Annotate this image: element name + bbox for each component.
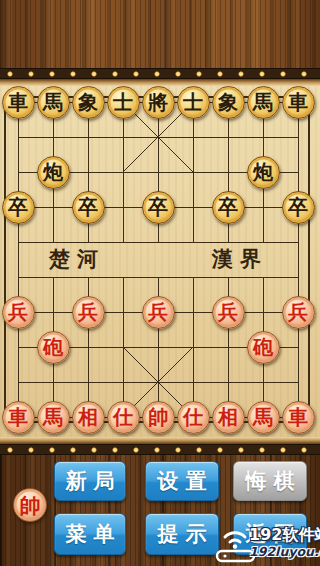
intersection-a8[interactable]	[1, 120, 36, 155]
intersection-e3[interactable]: 兵	[141, 295, 176, 330]
piece-red-soldier[interactable]: 兵	[212, 296, 245, 329]
piece-black-advisor[interactable]: 士	[107, 86, 140, 119]
piece-black-soldier[interactable]: 卒	[72, 191, 105, 224]
piece-red-general[interactable]: 帥	[142, 401, 175, 434]
intersection-a7[interactable]	[1, 155, 36, 190]
watermark-site-url: 192luyou.com	[249, 544, 319, 559]
intersection-f2[interactable]	[176, 330, 211, 365]
intersection-c4[interactable]	[71, 260, 106, 295]
intersection-b4[interactable]	[36, 260, 71, 295]
piece-red-horse[interactable]: 馬	[247, 401, 280, 434]
intersection-c1[interactable]	[71, 365, 106, 400]
intersection-i4[interactable]	[281, 260, 316, 295]
intersection-b0[interactable]: 馬	[36, 400, 71, 435]
piece-red-cannon[interactable]: 砲	[37, 331, 70, 364]
intersection-g9[interactable]: 象	[211, 85, 246, 120]
intersection-c0[interactable]: 相	[71, 400, 106, 435]
piece-red-soldier[interactable]: 兵	[282, 296, 315, 329]
intersection-e1[interactable]	[141, 365, 176, 400]
intersection-f5[interactable]	[176, 225, 211, 260]
intersection-e6[interactable]: 卒	[141, 190, 176, 225]
intersection-a1[interactable]	[1, 365, 36, 400]
intersection-b8[interactable]	[36, 120, 71, 155]
intersection-f4[interactable]	[176, 260, 211, 295]
intersection-h2[interactable]: 砲	[246, 330, 281, 365]
intersection-f6[interactable]	[176, 190, 211, 225]
intersection-f7[interactable]	[176, 155, 211, 190]
watermark-site-name: 192软件站	[249, 525, 319, 546]
intersection-i8[interactable]	[281, 120, 316, 155]
intersection-a0[interactable]: 車	[1, 400, 36, 435]
intersection-h0[interactable]: 馬	[246, 400, 281, 435]
piece-red-chariot[interactable]: 車	[282, 401, 315, 434]
intersection-g5[interactable]	[211, 225, 246, 260]
menu-button[interactable]: 菜单	[54, 513, 126, 555]
piece-black-chariot[interactable]: 車	[2, 86, 35, 119]
intersection-c6[interactable]: 卒	[71, 190, 106, 225]
intersection-i6[interactable]: 卒	[281, 190, 316, 225]
intersection-g0[interactable]: 相	[211, 400, 246, 435]
intersection-e7[interactable]	[141, 155, 176, 190]
intersection-e0[interactable]: 帥	[141, 400, 176, 435]
intersection-g4[interactable]	[211, 260, 246, 295]
piece-red-soldier[interactable]: 兵	[2, 296, 35, 329]
piece-black-horse[interactable]: 馬	[37, 86, 70, 119]
piece-black-chariot[interactable]: 車	[282, 86, 315, 119]
intersection-i7[interactable]	[281, 155, 316, 190]
watermark: 192软件站 192luyou.com	[216, 520, 320, 564]
intersection-f1[interactable]	[176, 365, 211, 400]
intersection-d2[interactable]	[106, 330, 141, 365]
intersection-b1[interactable]	[36, 365, 71, 400]
intersection-f3[interactable]	[176, 295, 211, 330]
intersection-c9[interactable]: 象	[71, 85, 106, 120]
intersection-h9[interactable]: 馬	[246, 85, 281, 120]
intersection-d5[interactable]	[106, 225, 141, 260]
undo-button[interactable]: 悔棋	[233, 461, 307, 501]
piece-black-soldier[interactable]: 卒	[282, 191, 315, 224]
piece-red-chariot[interactable]: 車	[2, 401, 35, 434]
piece-red-soldier[interactable]: 兵	[142, 296, 175, 329]
intersection-a6[interactable]: 卒	[1, 190, 36, 225]
piece-red-soldier[interactable]: 兵	[72, 296, 105, 329]
bottom-trim	[0, 437, 320, 444]
intersection-d4[interactable]	[106, 260, 141, 295]
piece-black-soldier[interactable]: 卒	[142, 191, 175, 224]
intersection-h5[interactable]	[246, 225, 281, 260]
intersection-d7[interactable]	[106, 155, 141, 190]
piece-red-elephant[interactable]: 相	[212, 401, 245, 434]
intersection-g8[interactable]	[211, 120, 246, 155]
intersection-c3[interactable]: 兵	[71, 295, 106, 330]
piece-black-elephant[interactable]: 象	[72, 86, 105, 119]
intersection-f8[interactable]	[176, 120, 211, 155]
intersection-c2[interactable]	[71, 330, 106, 365]
piece-black-cannon[interactable]: 炮	[37, 156, 70, 189]
intersection-a3[interactable]: 兵	[1, 295, 36, 330]
intersection-i2[interactable]	[281, 330, 316, 365]
intersection-f9[interactable]: 士	[176, 85, 211, 120]
intersection-e4[interactable]	[141, 260, 176, 295]
intersection-i3[interactable]: 兵	[281, 295, 316, 330]
intersection-h1[interactable]	[246, 365, 281, 400]
piece-black-advisor[interactable]: 士	[177, 86, 210, 119]
intersection-b7[interactable]: 炮	[36, 155, 71, 190]
intersection-b3[interactable]	[36, 295, 71, 330]
xiangqi-app-screen: 楚河 漢界 車馬象士將士象馬車炮炮卒卒卒卒卒兵兵兵兵兵砲砲車馬相仕帥仕相馬車 帥…	[0, 0, 320, 566]
piece-red-advisor[interactable]: 仕	[107, 401, 140, 434]
intersection-a4[interactable]	[1, 260, 36, 295]
intersection-a2[interactable]	[1, 330, 36, 365]
piece-black-soldier[interactable]: 卒	[2, 191, 35, 224]
intersection-c8[interactable]	[71, 120, 106, 155]
intersection-f0[interactable]: 仕	[176, 400, 211, 435]
intersection-h7[interactable]: 炮	[246, 155, 281, 190]
intersection-e9[interactable]: 將	[141, 85, 176, 120]
hint-button[interactable]: 提示	[145, 513, 219, 555]
intersection-e2[interactable]	[141, 330, 176, 365]
intersection-e8[interactable]	[141, 120, 176, 155]
intersection-c5[interactable]	[71, 225, 106, 260]
intersection-a9[interactable]: 車	[1, 85, 36, 120]
intersection-b5[interactable]	[36, 225, 71, 260]
intersection-i9[interactable]: 車	[281, 85, 316, 120]
piece-red-advisor[interactable]: 仕	[177, 401, 210, 434]
piece-black-horse[interactable]: 馬	[247, 86, 280, 119]
intersection-d6[interactable]	[106, 190, 141, 225]
intersection-g2[interactable]	[211, 330, 246, 365]
piece-red-horse[interactable]: 馬	[37, 401, 70, 434]
board-grid: 車馬象士將士象馬車炮炮卒卒卒卒卒兵兵兵兵兵砲砲車馬相仕帥仕相馬車	[1, 85, 316, 435]
intersection-d1[interactable]	[106, 365, 141, 400]
intersection-d0[interactable]: 仕	[106, 400, 141, 435]
intersection-g7[interactable]	[211, 155, 246, 190]
intersection-c7[interactable]	[71, 155, 106, 190]
piece-red-elephant[interactable]: 相	[72, 401, 105, 434]
settings-button[interactable]: 设置	[145, 461, 219, 501]
intersection-a5[interactable]	[1, 225, 36, 260]
intersection-g3[interactable]: 兵	[211, 295, 246, 330]
intersection-b2[interactable]: 砲	[36, 330, 71, 365]
intersection-i5[interactable]	[281, 225, 316, 260]
intersection-g6[interactable]: 卒	[211, 190, 246, 225]
intersection-g1[interactable]	[211, 365, 246, 400]
intersection-b6[interactable]	[36, 190, 71, 225]
intersection-i0[interactable]: 車	[281, 400, 316, 435]
intersection-i1[interactable]	[281, 365, 316, 400]
piece-black-general[interactable]: 將	[142, 86, 175, 119]
turn-indicator-piece: 帥	[13, 488, 47, 522]
new-game-button[interactable]: 新局	[54, 461, 126, 501]
bottom-stud-strip	[0, 444, 320, 455]
intersection-d3[interactable]	[106, 295, 141, 330]
piece-black-cannon[interactable]: 炮	[247, 156, 280, 189]
intersection-h3[interactable]	[246, 295, 281, 330]
intersection-e5[interactable]	[141, 225, 176, 260]
intersection-b9[interactable]: 馬	[36, 85, 71, 120]
piece-black-elephant[interactable]: 象	[212, 86, 245, 119]
piece-red-cannon[interactable]: 砲	[247, 331, 280, 364]
intersection-d8[interactable]	[106, 120, 141, 155]
intersection-h4[interactable]	[246, 260, 281, 295]
intersection-h8[interactable]	[246, 120, 281, 155]
intersection-h6[interactable]	[246, 190, 281, 225]
piece-black-soldier[interactable]: 卒	[212, 191, 245, 224]
intersection-d9[interactable]: 士	[106, 85, 141, 120]
